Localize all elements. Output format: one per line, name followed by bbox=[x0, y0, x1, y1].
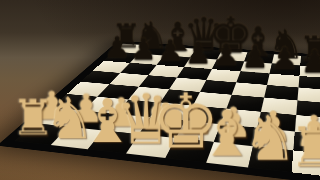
square-g1[interactable]: ♞ bbox=[248, 146, 293, 172]
square-h7[interactable]: ♟ bbox=[299, 66, 320, 79]
square-h1[interactable]: ♜ bbox=[292, 150, 320, 177]
piece-black-pawn-f7[interactable]: ♟ bbox=[241, 41, 269, 72]
chessboard: ♜♞♝♛♚♝♞♜♟♟♟♟♟♟♟♟♟♟♟♟♟♟♟♟♜♞♝♛♚♝♞♜ bbox=[0, 41, 320, 180]
square-g7[interactable]: ♟ bbox=[270, 63, 301, 75]
piece-white-rook-h1[interactable]: ♜ bbox=[289, 119, 320, 174]
square-g6[interactable] bbox=[267, 74, 299, 88]
square-f7[interactable]: ♟ bbox=[240, 61, 271, 73]
piece-black-pawn-h7[interactable]: ♟ bbox=[300, 45, 320, 77]
piece-black-pawn-c7[interactable]: ♟ bbox=[157, 36, 184, 66]
piece-black-pawn-b7[interactable]: ♟ bbox=[130, 34, 157, 64]
piece-black-pawn-e7[interactable]: ♟ bbox=[213, 39, 240, 70]
piece-black-pawn-a7[interactable]: ♟ bbox=[104, 32, 130, 61]
square-e7[interactable]: ♟ bbox=[212, 59, 244, 71]
chess-photo-scene: ♜♞♝♛♚♝♞♜♟♟♟♟♟♟♟♟♟♟♟♟♟♟♟♟♜♞♝♛♚♝♞♜ bbox=[0, 0, 320, 180]
piece-black-pawn-d7[interactable]: ♟ bbox=[185, 37, 212, 67]
piece-black-pawn-g7[interactable]: ♟ bbox=[270, 43, 298, 74]
